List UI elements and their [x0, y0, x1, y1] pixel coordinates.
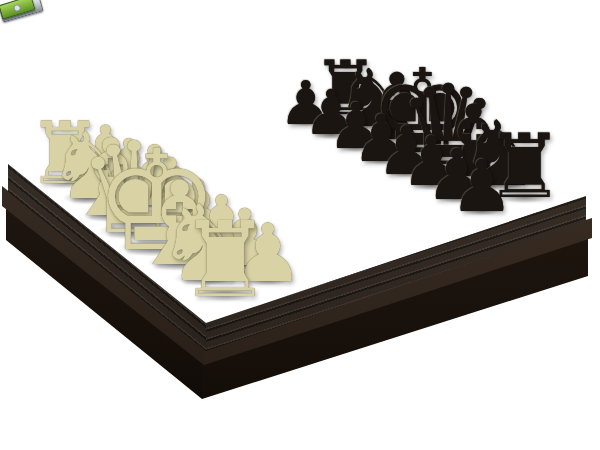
frame-screw-dot — [305, 278, 315, 283]
frame-screw-dot — [353, 262, 363, 266]
piece-black-pawn-h7[interactable]: ♟ — [450, 151, 514, 223]
chess-set-photo: ♜♞♝♚♛♝♞♜♟♟♟♟♟♟♟♟♟♟♟♟♟♟♟♟♜♞♝♛♚♝♞♜ — [0, 0, 600, 450]
square-h4[interactable] — [332, 224, 404, 254]
square-h5[interactable] — [375, 211, 445, 240]
hinge-screw-icon — [13, 3, 22, 12]
frame-screw-dot — [236, 108, 244, 111]
pieces-layer: ♜♞♝♚♛♝♞♜♟♟♟♟♟♟♟♟♟♟♟♟♟♟♟♟♜♞♝♛♚♝♞♜ — [0, 0, 600, 450]
frame-screw-dot — [442, 233, 451, 237]
frame-screw-dot — [398, 247, 407, 251]
piece-white-rook-h1[interactable]: ♜ — [178, 208, 271, 312]
square-g4[interactable] — [305, 209, 375, 238]
